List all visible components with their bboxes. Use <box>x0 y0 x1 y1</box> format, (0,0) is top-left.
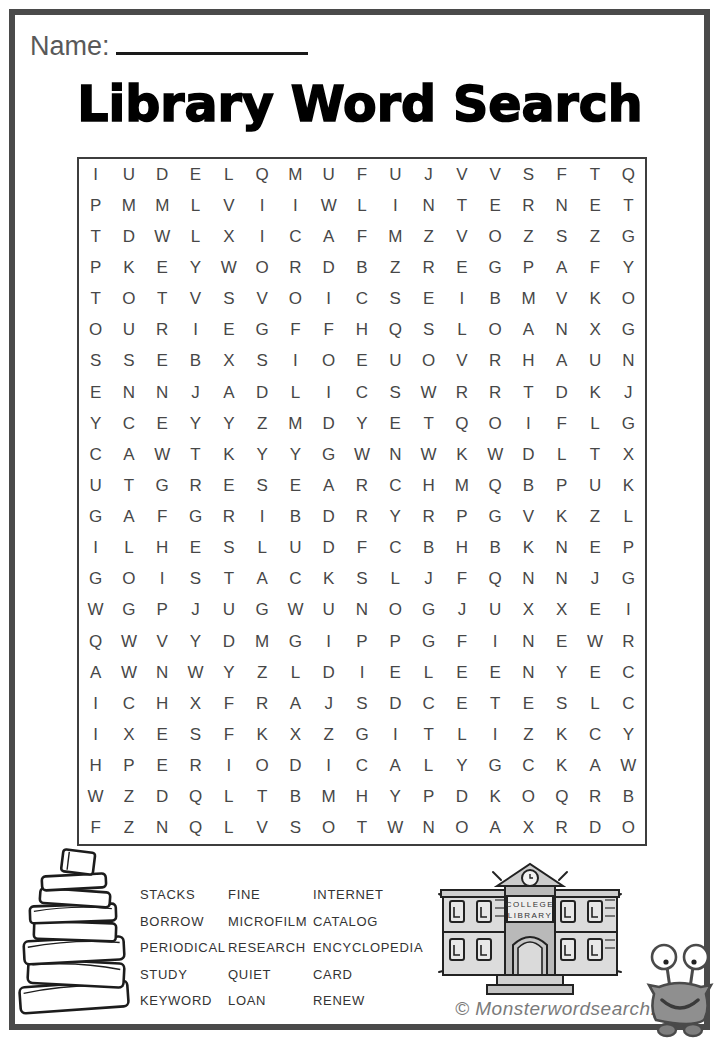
grid-cell: K <box>612 470 645 501</box>
grid-cell: D <box>312 657 345 688</box>
grid-cell: L <box>612 502 645 533</box>
word-list-item: RESEARCH <box>228 940 307 967</box>
grid-cell: Z <box>245 657 278 688</box>
grid-cell: F <box>545 159 578 190</box>
grid-cell: L <box>112 533 145 564</box>
word-list-item: FINE <box>228 887 307 914</box>
word-list-item: MICROFILM <box>228 914 307 941</box>
grid-cell: P <box>445 502 478 533</box>
grid-cell: O <box>112 564 145 595</box>
grid-cell: K <box>445 439 478 470</box>
grid-cell: W <box>379 813 412 844</box>
grid-cell: E <box>578 657 611 688</box>
grid-cell: C <box>512 751 545 782</box>
grid-cell: I <box>612 595 645 626</box>
grid-cell: U <box>578 470 611 501</box>
grid-cell: Y <box>379 502 412 533</box>
grid-cell: S <box>379 284 412 315</box>
grid-cell: E <box>379 408 412 439</box>
grid-cell: C <box>612 688 645 719</box>
grid-cell: S <box>545 688 578 719</box>
grid-cell: C <box>279 564 312 595</box>
grid-cell: K <box>312 564 345 595</box>
grid-cell: W <box>312 190 345 221</box>
grid-cell: F <box>212 688 245 719</box>
grid-cell: M <box>146 190 179 221</box>
grid-cell: Q <box>545 782 578 813</box>
grid-cell: Y <box>379 782 412 813</box>
grid-cell: X <box>279 719 312 750</box>
grid-cell: C <box>612 657 645 688</box>
grid-cell: K <box>578 284 611 315</box>
grid-cell: Q <box>79 626 112 657</box>
grid-cell: K <box>545 719 578 750</box>
grid-cell: Y <box>179 252 212 283</box>
grid-cell: T <box>578 439 611 470</box>
grid-cell: H <box>345 315 378 346</box>
monster-mascot-illustration <box>640 938 720 1040</box>
grid-cell: B <box>612 782 645 813</box>
grid-cell: O <box>612 813 645 844</box>
grid-cell: A <box>112 502 145 533</box>
grid-cell: T <box>79 284 112 315</box>
grid-cell: V <box>245 813 278 844</box>
grid-cell: R <box>412 502 445 533</box>
grid-cell: D <box>112 221 145 252</box>
grid-cell: V <box>445 346 478 377</box>
grid-cell: E <box>412 284 445 315</box>
grid-cell: J <box>445 595 478 626</box>
grid-cell: V <box>479 159 512 190</box>
grid-cell: M <box>445 470 478 501</box>
grid-cell: L <box>445 315 478 346</box>
grid-cell: S <box>245 346 278 377</box>
grid-cell: U <box>479 595 512 626</box>
grid-cell: I <box>479 719 512 750</box>
grid-cell: G <box>479 252 512 283</box>
grid-cell: R <box>146 315 179 346</box>
grid-cell: G <box>312 439 345 470</box>
grid-cell: G <box>479 502 512 533</box>
grid-cell: N <box>146 377 179 408</box>
grid-cell: L <box>412 657 445 688</box>
grid-cell: T <box>445 190 478 221</box>
grid-cell: Y <box>612 719 645 750</box>
grid-cell: U <box>312 595 345 626</box>
grid-cell: Z <box>312 719 345 750</box>
grid-cell: W <box>345 439 378 470</box>
grid-cell: N <box>512 564 545 595</box>
grid-cell: H <box>345 782 378 813</box>
grid-cell: O <box>312 346 345 377</box>
grid-cell: V <box>445 221 478 252</box>
grid-cell: Y <box>245 439 278 470</box>
grid-cell: L <box>245 533 278 564</box>
grid-cell: D <box>578 813 611 844</box>
grid-cell: R <box>479 346 512 377</box>
grid-cell: R <box>179 751 212 782</box>
grid-cell: H <box>412 470 445 501</box>
grid-cell: Q <box>379 315 412 346</box>
grid-cell: D <box>312 533 345 564</box>
grid-cell: Y <box>212 408 245 439</box>
grid-cell: G <box>79 564 112 595</box>
grid-cell: T <box>212 564 245 595</box>
grid-cell: V <box>146 626 179 657</box>
grid-cell: H <box>445 533 478 564</box>
grid-cell: E <box>179 159 212 190</box>
grid-cell: Q <box>245 159 278 190</box>
grid-cell: N <box>146 813 179 844</box>
grid-cell: U <box>312 159 345 190</box>
grid-cell: F <box>79 813 112 844</box>
grid-cell: O <box>445 813 478 844</box>
grid-cell: Q <box>445 408 478 439</box>
grid-cell: I <box>312 284 345 315</box>
grid-cell: T <box>578 159 611 190</box>
grid-cell: L <box>445 719 478 750</box>
grid-cell: W <box>179 657 212 688</box>
grid-cell: I <box>379 719 412 750</box>
grid-cell: E <box>479 657 512 688</box>
grid-cell: L <box>212 159 245 190</box>
grid-cell: I <box>379 190 412 221</box>
grid-cell: U <box>212 595 245 626</box>
grid-cell: D <box>312 408 345 439</box>
grid-cell: Y <box>179 626 212 657</box>
grid-cell: C <box>345 377 378 408</box>
word-list-item: STUDY <box>140 967 226 994</box>
grid-cell: T <box>512 377 545 408</box>
grid-cell: O <box>245 252 278 283</box>
grid-cell: C <box>112 688 145 719</box>
grid-cell: O <box>479 221 512 252</box>
grid-cell: T <box>245 782 278 813</box>
grid-cell: P <box>79 190 112 221</box>
word-list-item: PERIODICAL <box>140 940 226 967</box>
grid-cell: A <box>212 377 245 408</box>
grid-cell: T <box>479 688 512 719</box>
grid-cell: I <box>179 315 212 346</box>
grid-cell: J <box>412 564 445 595</box>
library-building-illustration: COLLEGE LIBRARY <box>435 860 625 1005</box>
grid-cell: F <box>312 315 345 346</box>
grid-cell: R <box>412 252 445 283</box>
grid-cell: B <box>279 782 312 813</box>
grid-cell: J <box>179 595 212 626</box>
name-label: Name: <box>30 31 110 61</box>
grid-cell: A <box>545 346 578 377</box>
grid-cell: R <box>578 782 611 813</box>
grid-cell: L <box>179 221 212 252</box>
word-list-item: RENEW <box>313 993 423 1020</box>
grid-cell: F <box>212 719 245 750</box>
grid-cell: Y <box>79 408 112 439</box>
grid-cell: X <box>179 688 212 719</box>
grid-cell: E <box>512 688 545 719</box>
grid-cell: F <box>445 626 478 657</box>
grid-cell: J <box>412 159 445 190</box>
grid-cell: C <box>379 533 412 564</box>
grid-cell: V <box>245 284 278 315</box>
grid-cell: S <box>245 470 278 501</box>
grid-cell: M <box>279 408 312 439</box>
grid-cell: V <box>545 284 578 315</box>
grid-cell: E <box>212 315 245 346</box>
grid-cell: I <box>279 190 312 221</box>
grid-cell: T <box>146 284 179 315</box>
grid-cell: N <box>345 595 378 626</box>
grid-cell: U <box>379 346 412 377</box>
grid-cell: T <box>412 408 445 439</box>
word-search-grid: IUDELQMUFUJVVSFTQPMMLVIIWLINTERNETTDWLXI… <box>77 157 647 846</box>
grid-cell: Z <box>512 221 545 252</box>
grid-cell: Z <box>245 408 278 439</box>
grid-cell: D <box>279 751 312 782</box>
grid-cell: B <box>412 533 445 564</box>
grid-cell: I <box>445 284 478 315</box>
grid-cell: L <box>279 657 312 688</box>
grid-cell: K <box>545 502 578 533</box>
grid-cell: X <box>212 346 245 377</box>
grid-cell: B <box>179 346 212 377</box>
grid-cell: Z <box>112 813 145 844</box>
grid-cell: H <box>146 688 179 719</box>
grid-cell: Z <box>379 252 412 283</box>
worksheet-page: Name: Library Word Search IUDELQMUFUJVVS… <box>0 0 720 1040</box>
grid-cell: U <box>379 159 412 190</box>
grid-cell: W <box>112 657 145 688</box>
grid-cell: R <box>612 626 645 657</box>
grid-cell: N <box>412 813 445 844</box>
grid-cell: B <box>479 284 512 315</box>
grid-cell: N <box>412 190 445 221</box>
grid-cell: I <box>79 688 112 719</box>
grid-cell: E <box>146 719 179 750</box>
grid-cell: Y <box>545 657 578 688</box>
grid-cell: I <box>345 657 378 688</box>
grid-cell: K <box>245 719 278 750</box>
grid-cell: W <box>412 377 445 408</box>
grid-cell: I <box>312 377 345 408</box>
grid-cell: S <box>179 564 212 595</box>
word-list-item: KEYWORD <box>140 993 226 1020</box>
grid-cell: R <box>279 252 312 283</box>
grid-cell: Z <box>112 782 145 813</box>
grid-cell: G <box>612 221 645 252</box>
grid-cell: L <box>578 408 611 439</box>
grid-cell: H <box>146 533 179 564</box>
grid-cell: S <box>112 346 145 377</box>
grid-cell: G <box>345 719 378 750</box>
grid-cell: F <box>578 252 611 283</box>
word-list-item: ENCYCLOPEDIA <box>313 940 423 967</box>
grid-cell: F <box>445 564 478 595</box>
grid-cell: M <box>245 626 278 657</box>
grid-cell: I <box>79 159 112 190</box>
grid-cell: S <box>512 159 545 190</box>
grid-cell: S <box>279 813 312 844</box>
grid-cell: E <box>146 751 179 782</box>
grid-cell: J <box>179 377 212 408</box>
grid-cell: S <box>79 346 112 377</box>
grid-cell: N <box>545 564 578 595</box>
grid-cell: P <box>112 751 145 782</box>
grid-cell: T <box>179 439 212 470</box>
grid-cell: I <box>79 533 112 564</box>
grid-cell: C <box>379 470 412 501</box>
grid-cell: G <box>245 315 278 346</box>
grid-cell: L <box>412 751 445 782</box>
grid-cell: D <box>245 377 278 408</box>
grid-cell: G <box>412 595 445 626</box>
grid-cell: B <box>279 502 312 533</box>
grid-cell: C <box>345 284 378 315</box>
grid-cell: W <box>279 595 312 626</box>
grid-cell: V <box>445 159 478 190</box>
grid-cell: I <box>245 190 278 221</box>
grid-cell: U <box>79 470 112 501</box>
grid-cell: R <box>512 190 545 221</box>
grid-cell: P <box>146 595 179 626</box>
grid-cell: S <box>412 315 445 346</box>
grid-cell: E <box>79 377 112 408</box>
grid-cell: C <box>279 221 312 252</box>
grid-cell: L <box>279 377 312 408</box>
building-sign-line1: COLLEGE <box>506 900 554 909</box>
grid-cell: K <box>512 533 545 564</box>
grid-cell: P <box>512 252 545 283</box>
grid-cell: R <box>212 502 245 533</box>
grid-cell: A <box>79 657 112 688</box>
grid-cell: L <box>212 782 245 813</box>
word-list-item: LOAN <box>228 993 307 1020</box>
grid-cell: K <box>545 751 578 782</box>
grid-cell: L <box>578 688 611 719</box>
grid-cell: E <box>146 346 179 377</box>
grid-cell: I <box>79 719 112 750</box>
grid-cell: X <box>545 595 578 626</box>
grid-cell: W <box>112 626 145 657</box>
grid-cell: E <box>445 688 478 719</box>
grid-cell: T <box>79 221 112 252</box>
grid-cell: C <box>345 751 378 782</box>
grid-cell: L <box>379 564 412 595</box>
grid-cell: Q <box>179 813 212 844</box>
grid-cell: H <box>512 346 545 377</box>
page-title: Library Word Search <box>0 76 720 133</box>
grid-cell: I <box>312 626 345 657</box>
grid-cell: A <box>312 470 345 501</box>
grid-cell: G <box>146 470 179 501</box>
grid-cell: P <box>412 782 445 813</box>
grid-cell: Z <box>578 502 611 533</box>
word-list-item: INTERNET <box>313 887 423 914</box>
grid-cell: T <box>412 719 445 750</box>
grid-cell: I <box>312 751 345 782</box>
grid-cell: H <box>79 751 112 782</box>
grid-cell: P <box>79 252 112 283</box>
grid-cell: B <box>345 252 378 283</box>
grid-cell: Y <box>345 408 378 439</box>
grid-cell: Y <box>612 252 645 283</box>
grid-cell: O <box>312 813 345 844</box>
grid-cell: Y <box>212 657 245 688</box>
grid-cell: R <box>345 470 378 501</box>
grid-cell: N <box>146 657 179 688</box>
grid-cell: W <box>612 751 645 782</box>
grid-cell: G <box>79 502 112 533</box>
grid-cell: X <box>612 439 645 470</box>
grid-cell: O <box>112 284 145 315</box>
grid-cell: D <box>146 782 179 813</box>
grid-cell: U <box>112 315 145 346</box>
grid-cell: S <box>179 719 212 750</box>
grid-cell: F <box>279 315 312 346</box>
grid-cell: F <box>545 408 578 439</box>
grid-cell: K <box>479 782 512 813</box>
grid-cell: G <box>612 408 645 439</box>
grid-cell: E <box>445 252 478 283</box>
grid-cell: E <box>545 626 578 657</box>
grid-cell: Q <box>479 470 512 501</box>
grid-cell: E <box>479 190 512 221</box>
grid-cell: P <box>545 470 578 501</box>
grid-cell: D <box>312 502 345 533</box>
grid-cell: M <box>279 159 312 190</box>
grid-cell: I <box>146 564 179 595</box>
grid-cell: Y <box>445 751 478 782</box>
grid-cell: T <box>112 470 145 501</box>
grid-cell: P <box>379 626 412 657</box>
grid-cell: W <box>146 439 179 470</box>
grid-cell: W <box>212 252 245 283</box>
grid-cell: P <box>612 533 645 564</box>
grid-cell: A <box>245 564 278 595</box>
grid-cell: G <box>112 595 145 626</box>
grid-cell: W <box>412 439 445 470</box>
grid-cell: G <box>612 315 645 346</box>
grid-cell: L <box>345 190 378 221</box>
grid-cell: E <box>578 533 611 564</box>
grid-cell: W <box>146 221 179 252</box>
grid-cell: N <box>612 346 645 377</box>
grid-cell: W <box>79 595 112 626</box>
grid-cell: I <box>279 346 312 377</box>
grid-cell: A <box>312 221 345 252</box>
grid-cell: L <box>545 439 578 470</box>
grid-cell: X <box>512 595 545 626</box>
grid-cell: D <box>512 439 545 470</box>
word-list-item: STACKS <box>140 887 226 914</box>
grid-cell: R <box>445 377 478 408</box>
grid-cell: W <box>79 782 112 813</box>
grid-cell: O <box>512 782 545 813</box>
grid-cell: I <box>245 502 278 533</box>
grid-cell: T <box>345 813 378 844</box>
grid-cell: Q <box>479 564 512 595</box>
grid-cell: G <box>612 564 645 595</box>
grid-cell: E <box>146 252 179 283</box>
grid-cell: Q <box>179 782 212 813</box>
grid-cell: X <box>578 315 611 346</box>
grid-cell: O <box>79 315 112 346</box>
word-list-item: QUIET <box>228 967 307 994</box>
grid-cell: O <box>412 346 445 377</box>
grid-cell: D <box>445 782 478 813</box>
grid-cell: A <box>112 439 145 470</box>
books-stack-illustration <box>12 845 138 1017</box>
